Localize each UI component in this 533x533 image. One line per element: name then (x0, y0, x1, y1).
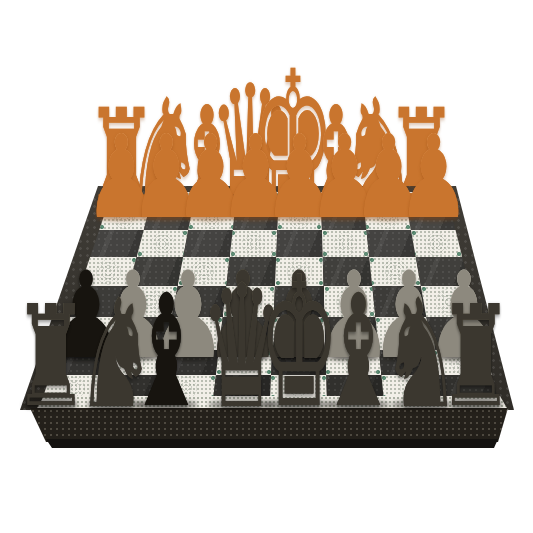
piece-black-rook-h1[interactable]: ♜ (434, 287, 518, 427)
chess-set-photo: ♜♞♝♛♚♝♞♜♟︎♟︎♟︎♟︎♟︎♟︎♟︎♟︎♟︎♟︎♟︎♟︎♟︎♟︎♟︎♟︎… (0, 0, 533, 533)
pieces-layer: ♜♞♝♛♚♝♞♜♟︎♟︎♟︎♟︎♟︎♟︎♟︎♟︎♟︎♟︎♟︎♟︎♟︎♟︎♟︎♟︎… (0, 0, 533, 533)
piece-amber-pawn-h7[interactable]: ♟︎ (392, 120, 475, 235)
